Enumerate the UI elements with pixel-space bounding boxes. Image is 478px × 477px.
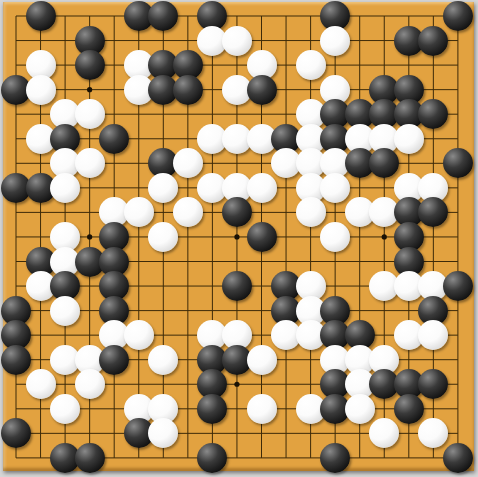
go-board[interactable] <box>3 2 474 471</box>
white-stone[interactable] <box>320 222 350 252</box>
black-stone[interactable] <box>394 394 424 424</box>
black-stone[interactable] <box>443 1 473 31</box>
white-stone[interactable] <box>173 148 203 178</box>
white-stone[interactable] <box>50 394 80 424</box>
white-stone[interactable] <box>394 124 424 154</box>
white-stone[interactable] <box>75 369 105 399</box>
black-stone[interactable] <box>99 345 129 375</box>
black-stone[interactable] <box>320 443 350 473</box>
black-stone[interactable] <box>197 394 227 424</box>
white-stone[interactable] <box>124 197 154 227</box>
black-stone[interactable] <box>1 345 31 375</box>
white-stone[interactable] <box>124 320 154 350</box>
white-stone[interactable] <box>222 26 252 56</box>
white-stone[interactable] <box>50 296 80 326</box>
white-stone[interactable] <box>75 99 105 129</box>
white-stone[interactable] <box>320 173 350 203</box>
white-stone[interactable] <box>26 75 56 105</box>
black-stone[interactable] <box>247 222 277 252</box>
white-stone[interactable] <box>148 345 178 375</box>
white-stone[interactable] <box>247 345 277 375</box>
black-stone[interactable] <box>443 148 473 178</box>
go-app-window: { "game": "go", "board_size": 19, "posit… <box>0 0 478 477</box>
white-stone[interactable] <box>148 173 178 203</box>
black-stone[interactable] <box>26 1 56 31</box>
black-stone[interactable] <box>443 443 473 473</box>
white-stone[interactable] <box>296 50 326 80</box>
white-stone[interactable] <box>26 369 56 399</box>
black-stone[interactable] <box>443 271 473 301</box>
white-stone[interactable] <box>296 197 326 227</box>
white-stone[interactable] <box>345 394 375 424</box>
black-stone[interactable] <box>99 124 129 154</box>
white-stone[interactable] <box>247 173 277 203</box>
white-stone[interactable] <box>320 26 350 56</box>
white-stone[interactable] <box>50 173 80 203</box>
black-stone[interactable] <box>75 50 105 80</box>
black-stone[interactable] <box>418 26 448 56</box>
black-stone[interactable] <box>247 75 277 105</box>
black-stone[interactable] <box>222 271 252 301</box>
black-stone[interactable] <box>173 75 203 105</box>
white-stone[interactable] <box>247 394 277 424</box>
black-stone[interactable] <box>75 443 105 473</box>
white-stone[interactable] <box>75 148 105 178</box>
